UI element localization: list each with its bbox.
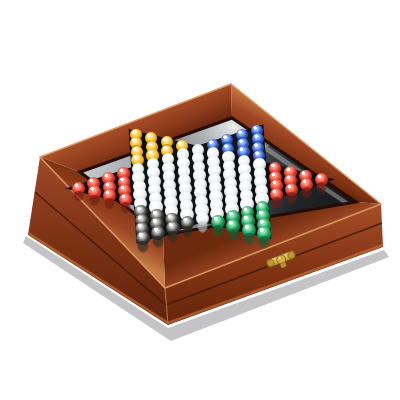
wooden-display-box [0,0,400,400]
product-photo [0,0,400,400]
